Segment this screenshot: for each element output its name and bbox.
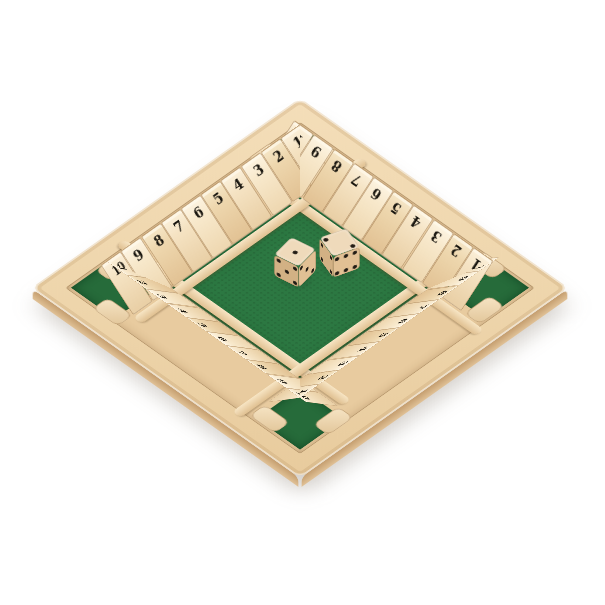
pip [293, 265, 297, 271]
product-photo-stage: 1234567891012345678910123456789101234567… [0, 0, 605, 605]
tile-number: 3 [247, 158, 271, 183]
pip [312, 267, 315, 273]
pip [284, 268, 288, 274]
pip [276, 257, 280, 263]
pip [353, 250, 357, 255]
pip [323, 237, 330, 242]
tile-number: 6 [187, 200, 211, 225]
pip [293, 280, 297, 286]
pip [353, 264, 357, 269]
pip [335, 270, 339, 275]
pip [292, 249, 299, 254]
shut-the-box-board: 1234567891012345678910123456789101234567… [31, 98, 568, 478]
pip [306, 265, 309, 271]
pip [300, 264, 303, 270]
pip [350, 243, 357, 248]
pip [344, 267, 348, 272]
pip [330, 268, 332, 275]
pip [344, 253, 348, 258]
pip [321, 255, 323, 262]
tile-number: 8 [147, 228, 171, 253]
pip [276, 271, 280, 277]
tile-number: 2 [267, 144, 291, 169]
pip [335, 256, 339, 261]
